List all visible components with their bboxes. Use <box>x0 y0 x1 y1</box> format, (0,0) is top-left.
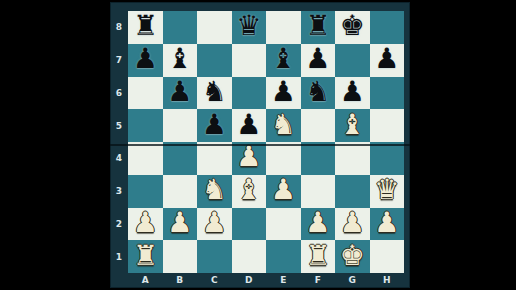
square-a6[interactable] <box>128 77 163 110</box>
square-d2[interactable] <box>232 208 267 241</box>
rank-label-5: 5 <box>112 109 126 142</box>
square-e4[interactable] <box>266 142 301 175</box>
square-c7[interactable] <box>197 44 232 77</box>
black-rook-a8[interactable]: ♜ <box>133 12 158 40</box>
square-b8[interactable] <box>163 11 198 44</box>
rank-label-4: 4 <box>112 142 126 175</box>
square-c4[interactable] <box>197 142 232 175</box>
square-d5[interactable]: ♟ <box>232 109 267 142</box>
white-pawn-c2[interactable]: ♟ <box>202 209 227 237</box>
square-f3[interactable] <box>301 175 336 208</box>
rank-label-3: 3 <box>112 175 126 208</box>
square-b7[interactable]: ♝ <box>163 44 198 77</box>
square-f2[interactable]: ♟ <box>301 208 336 241</box>
square-f1[interactable]: ♜ <box>301 240 336 273</box>
white-rook-f1[interactable]: ♜ <box>305 242 330 270</box>
square-h8[interactable] <box>370 11 405 44</box>
video-seam-line <box>110 144 410 146</box>
square-a7[interactable]: ♟ <box>128 44 163 77</box>
square-d1[interactable] <box>232 240 267 273</box>
white-pawn-a2[interactable]: ♟ <box>133 209 158 237</box>
square-d7[interactable] <box>232 44 267 77</box>
square-g3[interactable] <box>335 175 370 208</box>
square-c1[interactable] <box>197 240 232 273</box>
square-g8[interactable]: ♚ <box>335 11 370 44</box>
square-b4[interactable] <box>163 142 198 175</box>
square-c6[interactable]: ♞ <box>197 77 232 110</box>
square-b2[interactable]: ♟ <box>163 208 198 241</box>
black-pawn-c5[interactable]: ♟ <box>202 111 227 139</box>
square-e6[interactable]: ♟ <box>266 77 301 110</box>
black-queen-d8[interactable]: ♛ <box>236 12 261 40</box>
file-label-b: B <box>163 274 198 286</box>
white-bishop-d3[interactable]: ♝ <box>236 176 261 204</box>
square-c8[interactable] <box>197 11 232 44</box>
square-f6[interactable]: ♞ <box>301 77 336 110</box>
square-f4[interactable] <box>301 142 336 175</box>
square-c3[interactable]: ♞ <box>197 175 232 208</box>
file-label-e: E <box>266 274 301 286</box>
square-h6[interactable] <box>370 77 405 110</box>
square-d8[interactable]: ♛ <box>232 11 267 44</box>
white-pawn-e3[interactable]: ♟ <box>271 176 296 204</box>
square-e8[interactable] <box>266 11 301 44</box>
rank-label-8: 8 <box>112 11 126 44</box>
white-pawn-d4[interactable]: ♟ <box>236 143 261 171</box>
black-pawn-f7[interactable]: ♟ <box>305 45 330 73</box>
black-pawn-d5[interactable]: ♟ <box>236 111 261 139</box>
black-pawn-g6[interactable]: ♟ <box>340 78 365 106</box>
square-e1[interactable] <box>266 240 301 273</box>
chess-board-frame: ♜♛♜♚♟♝♝♟♟♟♞♟♞♟♟♟♞♝♟♞♝♟♛♟♟♟♟♟♟♜♜♚ 8765432… <box>110 2 410 288</box>
square-h5[interactable] <box>370 109 405 142</box>
white-pawn-b2[interactable]: ♟ <box>167 209 192 237</box>
white-knight-c3[interactable]: ♞ <box>202 176 227 204</box>
file-label-c: C <box>197 274 232 286</box>
square-a5[interactable] <box>128 109 163 142</box>
black-king-g8[interactable]: ♚ <box>340 12 365 40</box>
square-g4[interactable] <box>335 142 370 175</box>
square-e3[interactable]: ♟ <box>266 175 301 208</box>
square-e7[interactable]: ♝ <box>266 44 301 77</box>
black-bishop-b7[interactable]: ♝ <box>167 45 192 73</box>
square-b6[interactable]: ♟ <box>163 77 198 110</box>
square-g7[interactable] <box>335 44 370 77</box>
square-h2[interactable]: ♟ <box>370 208 405 241</box>
square-h4[interactable] <box>370 142 405 175</box>
square-b5[interactable] <box>163 109 198 142</box>
screenshot-stage: ♜♛♜♚♟♝♝♟♟♟♞♟♞♟♟♟♞♝♟♞♝♟♛♟♟♟♟♟♟♜♜♚ 8765432… <box>0 0 516 290</box>
file-label-h: H <box>370 274 405 286</box>
black-knight-f6[interactable]: ♞ <box>305 78 330 106</box>
file-label-d: D <box>232 274 267 286</box>
square-d4[interactable]: ♟ <box>232 142 267 175</box>
square-h3[interactable]: ♛ <box>370 175 405 208</box>
square-e2[interactable] <box>266 208 301 241</box>
black-pawn-b6[interactable]: ♟ <box>167 78 192 106</box>
square-f5[interactable] <box>301 109 336 142</box>
square-c2[interactable]: ♟ <box>197 208 232 241</box>
rank-label-1: 1 <box>112 240 126 273</box>
square-c5[interactable]: ♟ <box>197 109 232 142</box>
square-b3[interactable] <box>163 175 198 208</box>
white-pawn-f2[interactable]: ♟ <box>305 209 330 237</box>
square-f8[interactable]: ♜ <box>301 11 336 44</box>
chess-board: ♜♛♜♚♟♝♝♟♟♟♞♟♞♟♟♟♞♝♟♞♝♟♛♟♟♟♟♟♟♜♜♚ <box>128 11 404 273</box>
square-a3[interactable] <box>128 175 163 208</box>
black-pawn-h7[interactable]: ♟ <box>374 45 399 73</box>
square-d3[interactable]: ♝ <box>232 175 267 208</box>
square-g2[interactable]: ♟ <box>335 208 370 241</box>
black-bishop-e7[interactable]: ♝ <box>271 45 296 73</box>
rank-label-2: 2 <box>112 208 126 241</box>
black-rook-f8[interactable]: ♜ <box>305 12 330 40</box>
black-pawn-e6[interactable]: ♟ <box>271 78 296 106</box>
square-a1[interactable]: ♜ <box>128 240 163 273</box>
file-label-g: G <box>335 274 370 286</box>
white-rook-a1[interactable]: ♜ <box>133 242 158 270</box>
black-pawn-a7[interactable]: ♟ <box>133 45 158 73</box>
file-label-a: A <box>128 274 163 286</box>
square-a2[interactable]: ♟ <box>128 208 163 241</box>
square-h7[interactable]: ♟ <box>370 44 405 77</box>
square-e5[interactable]: ♞ <box>266 109 301 142</box>
square-g5[interactable]: ♝ <box>335 109 370 142</box>
square-h1[interactable] <box>370 240 405 273</box>
square-a4[interactable] <box>128 142 163 175</box>
white-queen-h3[interactable]: ♛ <box>374 176 399 204</box>
white-bishop-g5[interactable]: ♝ <box>340 111 365 139</box>
white-pawn-g2[interactable]: ♟ <box>340 209 365 237</box>
black-knight-c6[interactable]: ♞ <box>202 78 227 106</box>
file-label-f: F <box>301 274 336 286</box>
white-knight-e5[interactable]: ♞ <box>271 111 296 139</box>
rank-label-6: 6 <box>112 77 126 110</box>
square-g1[interactable]: ♚ <box>335 240 370 273</box>
square-a8[interactable]: ♜ <box>128 11 163 44</box>
rank-label-7: 7 <box>112 44 126 77</box>
square-b1[interactable] <box>163 240 198 273</box>
square-f7[interactable]: ♟ <box>301 44 336 77</box>
white-king-g1[interactable]: ♚ <box>340 242 365 270</box>
square-d6[interactable] <box>232 77 267 110</box>
white-pawn-h2[interactable]: ♟ <box>374 209 399 237</box>
square-g6[interactable]: ♟ <box>335 77 370 110</box>
